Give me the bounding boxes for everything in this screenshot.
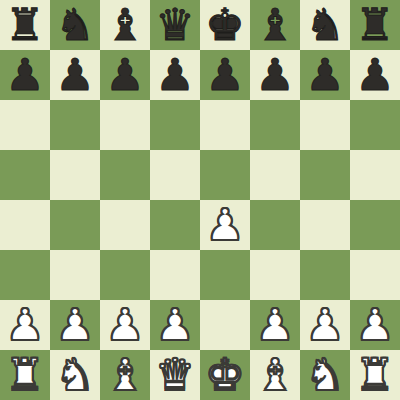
square-f2[interactable]: ♟ — [250, 300, 300, 350]
piece-white-pawn[interactable]: ♟ — [5, 300, 44, 350]
piece-black-pawn[interactable]: ♟ — [355, 50, 394, 100]
square-g1[interactable]: ♞ — [300, 350, 350, 400]
piece-black-bishop[interactable]: ♝ — [105, 0, 144, 50]
square-g2[interactable]: ♟ — [300, 300, 350, 350]
square-d2[interactable]: ♟ — [150, 300, 200, 350]
piece-white-rook[interactable]: ♜ — [355, 350, 394, 400]
piece-black-pawn[interactable]: ♟ — [255, 50, 294, 100]
piece-black-bishop[interactable]: ♝ — [255, 0, 294, 50]
square-f1[interactable]: ♝ — [250, 350, 300, 400]
piece-white-pawn[interactable]: ♟ — [355, 300, 394, 350]
piece-black-pawn[interactable]: ♟ — [5, 50, 44, 100]
piece-black-knight[interactable]: ♞ — [305, 0, 344, 50]
piece-white-bishop[interactable]: ♝ — [105, 350, 144, 400]
square-c1[interactable]: ♝ — [100, 350, 150, 400]
piece-white-pawn[interactable]: ♟ — [205, 200, 244, 250]
square-h7[interactable]: ♟ — [350, 50, 400, 100]
chess-board: ♜♞♝♛♚♝♞♜♟♟♟♟♟♟♟♟♟♟♟♟♟♟♟♟♜♞♝♛♚♝♞♜ — [0, 0, 400, 400]
square-g4[interactable] — [300, 200, 350, 250]
square-h2[interactable]: ♟ — [350, 300, 400, 350]
square-a8[interactable]: ♜ — [0, 0, 50, 50]
square-b6[interactable] — [50, 100, 100, 150]
square-d8[interactable]: ♛ — [150, 0, 200, 50]
square-c3[interactable] — [100, 250, 150, 300]
square-h1[interactable]: ♜ — [350, 350, 400, 400]
piece-black-pawn[interactable]: ♟ — [305, 50, 344, 100]
square-b3[interactable] — [50, 250, 100, 300]
square-h5[interactable] — [350, 150, 400, 200]
square-a5[interactable] — [0, 150, 50, 200]
square-e6[interactable] — [200, 100, 250, 150]
square-d1[interactable]: ♛ — [150, 350, 200, 400]
piece-white-pawn[interactable]: ♟ — [55, 300, 94, 350]
square-f5[interactable] — [250, 150, 300, 200]
piece-black-queen[interactable]: ♛ — [155, 0, 194, 50]
square-e8[interactable]: ♚ — [200, 0, 250, 50]
piece-white-pawn[interactable]: ♟ — [155, 300, 194, 350]
square-c8[interactable]: ♝ — [100, 0, 150, 50]
square-h6[interactable] — [350, 100, 400, 150]
square-c4[interactable] — [100, 200, 150, 250]
square-g5[interactable] — [300, 150, 350, 200]
piece-white-pawn[interactable]: ♟ — [255, 300, 294, 350]
square-e4[interactable]: ♟ — [200, 200, 250, 250]
square-a1[interactable]: ♜ — [0, 350, 50, 400]
piece-black-pawn[interactable]: ♟ — [205, 50, 244, 100]
square-a4[interactable] — [0, 200, 50, 250]
square-b5[interactable] — [50, 150, 100, 200]
piece-white-pawn[interactable]: ♟ — [305, 300, 344, 350]
piece-black-rook[interactable]: ♜ — [355, 0, 394, 50]
square-h4[interactable] — [350, 200, 400, 250]
square-d4[interactable] — [150, 200, 200, 250]
square-b8[interactable]: ♞ — [50, 0, 100, 50]
piece-white-rook[interactable]: ♜ — [5, 350, 44, 400]
square-g7[interactable]: ♟ — [300, 50, 350, 100]
square-e3[interactable] — [200, 250, 250, 300]
square-f7[interactable]: ♟ — [250, 50, 300, 100]
square-g8[interactable]: ♞ — [300, 0, 350, 50]
square-c6[interactable] — [100, 100, 150, 150]
piece-white-queen[interactable]: ♛ — [155, 350, 194, 400]
square-d7[interactable]: ♟ — [150, 50, 200, 100]
square-e7[interactable]: ♟ — [200, 50, 250, 100]
piece-white-bishop[interactable]: ♝ — [255, 350, 294, 400]
square-g6[interactable] — [300, 100, 350, 150]
square-f8[interactable]: ♝ — [250, 0, 300, 50]
square-b1[interactable]: ♞ — [50, 350, 100, 400]
square-f4[interactable] — [250, 200, 300, 250]
square-h3[interactable] — [350, 250, 400, 300]
piece-white-pawn[interactable]: ♟ — [105, 300, 144, 350]
piece-white-king[interactable]: ♚ — [205, 350, 244, 400]
square-d6[interactable] — [150, 100, 200, 150]
piece-black-pawn[interactable]: ♟ — [55, 50, 94, 100]
piece-black-rook[interactable]: ♜ — [5, 0, 44, 50]
square-f3[interactable] — [250, 250, 300, 300]
square-c7[interactable]: ♟ — [100, 50, 150, 100]
square-g3[interactable] — [300, 250, 350, 300]
square-a2[interactable]: ♟ — [0, 300, 50, 350]
square-h8[interactable]: ♜ — [350, 0, 400, 50]
piece-black-pawn[interactable]: ♟ — [155, 50, 194, 100]
square-e5[interactable] — [200, 150, 250, 200]
square-a7[interactable]: ♟ — [0, 50, 50, 100]
piece-white-knight[interactable]: ♞ — [55, 350, 94, 400]
square-b7[interactable]: ♟ — [50, 50, 100, 100]
square-d5[interactable] — [150, 150, 200, 200]
square-b4[interactable] — [50, 200, 100, 250]
square-f6[interactable] — [250, 100, 300, 150]
square-e2[interactable] — [200, 300, 250, 350]
square-b2[interactable]: ♟ — [50, 300, 100, 350]
piece-black-knight[interactable]: ♞ — [55, 0, 94, 50]
square-a3[interactable] — [0, 250, 50, 300]
square-c5[interactable] — [100, 150, 150, 200]
square-d3[interactable] — [150, 250, 200, 300]
piece-black-king[interactable]: ♚ — [205, 0, 244, 50]
piece-white-knight[interactable]: ♞ — [305, 350, 344, 400]
square-c2[interactable]: ♟ — [100, 300, 150, 350]
square-a6[interactable] — [0, 100, 50, 150]
square-e1[interactable]: ♚ — [200, 350, 250, 400]
piece-black-pawn[interactable]: ♟ — [105, 50, 144, 100]
